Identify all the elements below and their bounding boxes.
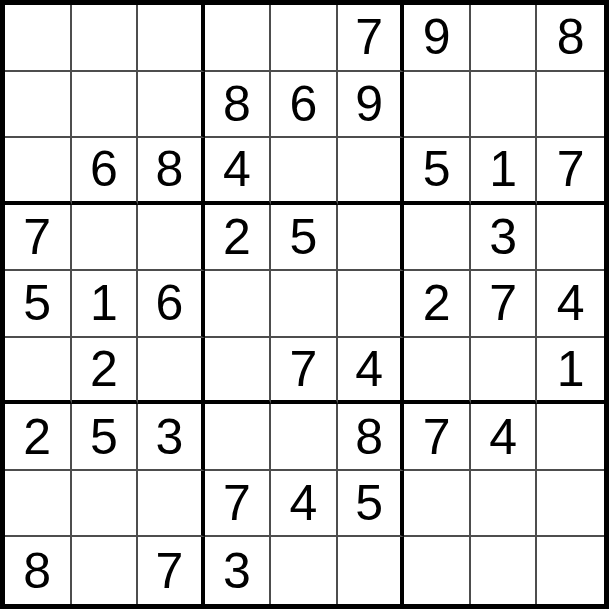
given-digit: 5 bbox=[23, 278, 51, 328]
cell-r2c2[interactable] bbox=[72, 72, 139, 139]
cell-r4c3[interactable] bbox=[138, 205, 205, 272]
given-digit: 7 bbox=[290, 344, 318, 394]
cell-r5c3[interactable]: 6 bbox=[138, 271, 205, 338]
cell-r6c3[interactable] bbox=[138, 338, 205, 405]
cell-r8c1[interactable] bbox=[5, 471, 72, 538]
cell-r9c4[interactable]: 3 bbox=[205, 537, 272, 604]
cell-r5c1[interactable]: 5 bbox=[5, 271, 72, 338]
cell-r7c9[interactable] bbox=[537, 404, 604, 471]
cell-r2c6[interactable]: 9 bbox=[338, 72, 405, 139]
cell-r3c5[interactable] bbox=[271, 138, 338, 205]
cell-r5c7[interactable]: 2 bbox=[404, 271, 471, 338]
cell-r5c5[interactable] bbox=[271, 271, 338, 338]
given-digit: 3 bbox=[223, 546, 251, 596]
cell-r4c9[interactable] bbox=[537, 205, 604, 272]
sudoku-board: 79886968451772535162742741253874745873 bbox=[0, 0, 609, 609]
cell-r8c8[interactable] bbox=[471, 471, 538, 538]
cell-r2c7[interactable] bbox=[404, 72, 471, 139]
given-digit: 5 bbox=[90, 412, 118, 462]
given-digit: 5 bbox=[290, 212, 318, 262]
given-digit: 3 bbox=[489, 212, 517, 262]
cell-r1c6[interactable]: 7 bbox=[338, 5, 405, 72]
cell-r5c4[interactable] bbox=[205, 271, 272, 338]
given-digit: 6 bbox=[90, 144, 118, 194]
cell-r7c6[interactable]: 8 bbox=[338, 404, 405, 471]
cell-r5c9[interactable]: 4 bbox=[537, 271, 604, 338]
given-digit: 5 bbox=[423, 144, 451, 194]
given-digit: 3 bbox=[155, 412, 183, 462]
given-digit: 7 bbox=[489, 278, 517, 328]
given-digit: 9 bbox=[423, 12, 451, 62]
cell-r7c5[interactable] bbox=[271, 404, 338, 471]
cell-r8c3[interactable] bbox=[138, 471, 205, 538]
given-digit: 6 bbox=[290, 79, 318, 129]
cell-r3c9[interactable]: 7 bbox=[537, 138, 604, 205]
cell-r9c7[interactable] bbox=[404, 537, 471, 604]
cell-r1c7[interactable]: 9 bbox=[404, 5, 471, 72]
given-digit: 8 bbox=[23, 546, 51, 596]
cell-r6c4[interactable] bbox=[205, 338, 272, 405]
cell-r6c9[interactable]: 1 bbox=[537, 338, 604, 405]
cell-r5c6[interactable] bbox=[338, 271, 405, 338]
given-digit: 2 bbox=[23, 412, 51, 462]
given-digit: 7 bbox=[23, 212, 51, 262]
cell-r7c8[interactable]: 4 bbox=[471, 404, 538, 471]
given-digit: 4 bbox=[355, 344, 383, 394]
given-digit: 8 bbox=[355, 412, 383, 462]
cell-r9c2[interactable] bbox=[72, 537, 139, 604]
given-digit: 4 bbox=[557, 278, 585, 328]
cell-r3c6[interactable] bbox=[338, 138, 405, 205]
given-digit: 4 bbox=[223, 144, 251, 194]
cell-r6c5[interactable]: 7 bbox=[271, 338, 338, 405]
cell-r4c8[interactable]: 3 bbox=[471, 205, 538, 272]
cell-r4c7[interactable] bbox=[404, 205, 471, 272]
given-digit: 4 bbox=[290, 478, 318, 528]
cell-r3c4[interactable]: 4 bbox=[205, 138, 272, 205]
cell-r7c3[interactable]: 3 bbox=[138, 404, 205, 471]
cell-r3c8[interactable]: 1 bbox=[471, 138, 538, 205]
given-digit: 9 bbox=[355, 79, 383, 129]
cell-r2c9[interactable] bbox=[537, 72, 604, 139]
given-digit: 2 bbox=[423, 278, 451, 328]
cell-r8c7[interactable] bbox=[404, 471, 471, 538]
cell-r3c2[interactable]: 6 bbox=[72, 138, 139, 205]
given-digit: 8 bbox=[223, 79, 251, 129]
given-digit: 2 bbox=[90, 344, 118, 394]
cell-r4c6[interactable] bbox=[338, 205, 405, 272]
cell-r3c1[interactable] bbox=[5, 138, 72, 205]
cell-r1c5[interactable] bbox=[271, 5, 338, 72]
given-digit: 8 bbox=[155, 144, 183, 194]
given-digit: 7 bbox=[355, 12, 383, 62]
cell-r9c5[interactable] bbox=[271, 537, 338, 604]
given-digit: 2 bbox=[223, 212, 251, 262]
cell-r9c3[interactable]: 7 bbox=[138, 537, 205, 604]
cell-r2c3[interactable] bbox=[138, 72, 205, 139]
cell-r9c9[interactable] bbox=[537, 537, 604, 604]
cell-r2c5[interactable]: 6 bbox=[271, 72, 338, 139]
cell-r2c8[interactable] bbox=[471, 72, 538, 139]
cell-r4c4[interactable]: 2 bbox=[205, 205, 272, 272]
cell-r7c7[interactable]: 7 bbox=[404, 404, 471, 471]
cell-r8c2[interactable] bbox=[72, 471, 139, 538]
cell-r2c1[interactable] bbox=[5, 72, 72, 139]
cell-r7c2[interactable]: 5 bbox=[72, 404, 139, 471]
cell-r3c3[interactable]: 8 bbox=[138, 138, 205, 205]
cell-r6c8[interactable] bbox=[471, 338, 538, 405]
cell-r6c7[interactable] bbox=[404, 338, 471, 405]
cell-r9c1[interactable]: 8 bbox=[5, 537, 72, 604]
given-digit: 1 bbox=[90, 278, 118, 328]
cell-r9c8[interactable] bbox=[471, 537, 538, 604]
given-digit: 5 bbox=[355, 478, 383, 528]
cell-r4c2[interactable] bbox=[72, 205, 139, 272]
cell-r7c1[interactable]: 2 bbox=[5, 404, 72, 471]
cell-r4c5[interactable]: 5 bbox=[271, 205, 338, 272]
cell-r5c2[interactable]: 1 bbox=[72, 271, 139, 338]
cell-r1c4[interactable] bbox=[205, 5, 272, 72]
given-digit: 7 bbox=[423, 412, 451, 462]
cell-r3c7[interactable]: 5 bbox=[404, 138, 471, 205]
cell-r6c6[interactable]: 4 bbox=[338, 338, 405, 405]
cell-r6c2[interactable]: 2 bbox=[72, 338, 139, 405]
cell-r7c4[interactable] bbox=[205, 404, 272, 471]
given-digit: 7 bbox=[557, 144, 585, 194]
given-digit: 8 bbox=[557, 12, 585, 62]
cell-r1c9[interactable]: 8 bbox=[537, 5, 604, 72]
given-digit: 7 bbox=[155, 546, 183, 596]
cell-r8c4[interactable]: 7 bbox=[205, 471, 272, 538]
cell-r2c4[interactable]: 8 bbox=[205, 72, 272, 139]
cell-r1c2[interactable] bbox=[72, 5, 139, 72]
cell-r1c1[interactable] bbox=[5, 5, 72, 72]
cell-r4c1[interactable]: 7 bbox=[5, 205, 72, 272]
cell-r6c1[interactable] bbox=[5, 338, 72, 405]
given-digit: 1 bbox=[489, 144, 517, 194]
given-digit: 4 bbox=[489, 412, 517, 462]
cell-r9c6[interactable] bbox=[338, 537, 405, 604]
cell-r1c3[interactable] bbox=[138, 5, 205, 72]
given-digit: 6 bbox=[155, 278, 183, 328]
cell-r8c6[interactable]: 5 bbox=[338, 471, 405, 538]
cell-r8c5[interactable]: 4 bbox=[271, 471, 338, 538]
given-digit: 7 bbox=[223, 478, 251, 528]
cell-r1c8[interactable] bbox=[471, 5, 538, 72]
cell-r5c8[interactable]: 7 bbox=[471, 271, 538, 338]
cell-r8c9[interactable] bbox=[537, 471, 604, 538]
given-digit: 1 bbox=[557, 344, 585, 394]
